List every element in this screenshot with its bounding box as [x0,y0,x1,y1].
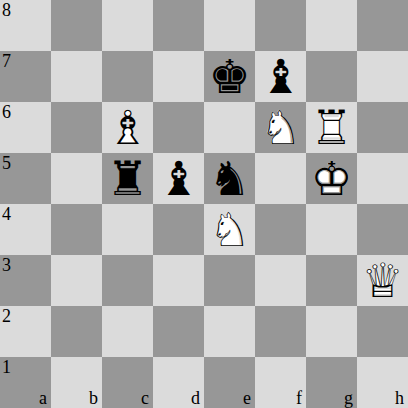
rank-label-4: 4 [2,205,11,223]
rank-label-5: 5 [2,154,11,172]
file-label-d: d [153,389,204,408]
piece-glyph: ♘ [204,204,255,255]
white-king-g5[interactable]: ♚♔ [306,153,357,204]
white-knight-e4[interactable]: ♞♘ [204,204,255,255]
black-king-e7[interactable]: ♚ [204,51,255,102]
square-e2[interactable] [204,306,255,357]
square-b8[interactable] [51,0,102,51]
square-g5[interactable]: ♚♔ [306,153,357,204]
file-label-a: a [0,389,51,408]
square-h8[interactable] [357,0,408,51]
square-b5[interactable] [51,153,102,204]
square-e7[interactable]: ♚ [204,51,255,102]
piece-glyph: ♔ [306,153,357,204]
piece-glyph: ♝ [255,51,306,102]
piece-glyph: ♝ [153,153,204,204]
black-bishop-d5[interactable]: ♝ [153,153,204,204]
square-d5[interactable]: ♝ [153,153,204,204]
square-g8[interactable] [306,0,357,51]
square-e3[interactable] [204,255,255,306]
black-bishop-f7[interactable]: ♝ [255,51,306,102]
square-h4[interactable] [357,204,408,255]
square-h6[interactable] [357,102,408,153]
square-f5[interactable] [255,153,306,204]
piece-glyph: ♕ [357,255,408,306]
square-g7[interactable] [306,51,357,102]
square-b6[interactable] [51,102,102,153]
white-rook-g6[interactable]: ♜♖ [306,102,357,153]
square-d8[interactable] [153,0,204,51]
square-c2[interactable] [102,306,153,357]
square-c6[interactable]: ♝♗ [102,102,153,153]
square-c4[interactable] [102,204,153,255]
chess-board: ♚♝♝♗♞♘♜♖♜♝♞♚♔♞♘♛♕87654321abcdefgh [0,0,408,408]
square-f7[interactable]: ♝ [255,51,306,102]
piece-glyph: ♞ [204,153,255,204]
square-b7[interactable] [51,51,102,102]
square-h5[interactable] [357,153,408,204]
square-f3[interactable] [255,255,306,306]
square-c7[interactable] [102,51,153,102]
square-g4[interactable] [306,204,357,255]
rank-label-2: 2 [2,307,11,325]
file-label-f: f [255,389,306,408]
square-h7[interactable] [357,51,408,102]
square-g3[interactable] [306,255,357,306]
square-b3[interactable] [51,255,102,306]
piece-glyph: ♚ [204,51,255,102]
black-knight-e5[interactable]: ♞ [204,153,255,204]
piece-glyph: ♜ [102,153,153,204]
file-label-h: h [357,389,408,408]
square-d2[interactable] [153,306,204,357]
white-bishop-c6[interactable]: ♝♗ [102,102,153,153]
square-c3[interactable] [102,255,153,306]
square-d6[interactable] [153,102,204,153]
piece-glyph: ♖ [306,102,357,153]
square-f4[interactable] [255,204,306,255]
square-h3[interactable]: ♛♕ [357,255,408,306]
square-d4[interactable] [153,204,204,255]
square-e8[interactable] [204,0,255,51]
square-c8[interactable] [102,0,153,51]
square-h2[interactable] [357,306,408,357]
black-rook-c5[interactable]: ♜ [102,153,153,204]
square-c5[interactable]: ♜ [102,153,153,204]
white-queen-h3[interactable]: ♛♕ [357,255,408,306]
white-knight-f6[interactable]: ♞♘ [255,102,306,153]
rank-label-3: 3 [2,256,11,274]
file-label-c: c [102,389,153,408]
rank-label-7: 7 [2,52,11,70]
square-d3[interactable] [153,255,204,306]
file-label-b: b [51,389,102,408]
piece-glyph: ♘ [255,102,306,153]
square-g2[interactable] [306,306,357,357]
rank-label-8: 8 [2,1,11,19]
square-f8[interactable] [255,0,306,51]
piece-glyph: ♗ [102,102,153,153]
square-g6[interactable]: ♜♖ [306,102,357,153]
rank-label-1: 1 [2,358,11,376]
square-b2[interactable] [51,306,102,357]
square-f6[interactable]: ♞♘ [255,102,306,153]
square-e6[interactable] [204,102,255,153]
square-d7[interactable] [153,51,204,102]
rank-label-6: 6 [2,103,11,121]
square-e5[interactable]: ♞ [204,153,255,204]
square-b4[interactable] [51,204,102,255]
square-f2[interactable] [255,306,306,357]
square-e4[interactable]: ♞♘ [204,204,255,255]
file-label-e: e [204,389,255,408]
file-label-g: g [306,389,357,408]
